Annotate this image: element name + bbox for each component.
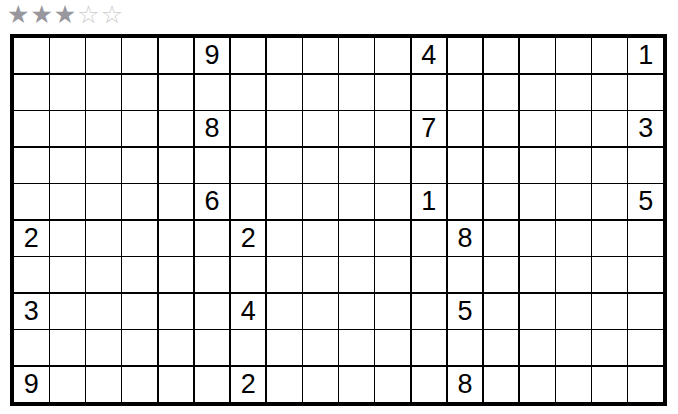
cell-r4c16[interactable] xyxy=(556,148,591,183)
cell-r8c17[interactable] xyxy=(592,294,627,329)
cell-r2c6[interactable] xyxy=(195,75,230,110)
clue-cell-r8c13: 5 xyxy=(448,294,483,329)
cell-r10c11[interactable] xyxy=(375,367,410,402)
cell-r5c14[interactable] xyxy=(484,184,519,219)
cell-r6c3[interactable] xyxy=(86,221,121,256)
difficulty-rating: ★★★☆☆ xyxy=(7,0,124,30)
cell-r5c10[interactable] xyxy=(339,184,374,219)
cell-r8c11[interactable] xyxy=(375,294,410,329)
cell-r9c10[interactable] xyxy=(339,330,374,365)
cell-r5c2[interactable] xyxy=(50,184,85,219)
cell-r3c10[interactable] xyxy=(339,111,374,146)
cell-r6c5[interactable] xyxy=(159,221,194,256)
cell-r4c14[interactable] xyxy=(484,148,519,183)
cell-r5c9[interactable] xyxy=(303,184,338,219)
cell-r9c4[interactable] xyxy=(122,330,157,365)
clue-cell-r5c12: 1 xyxy=(412,184,447,219)
cell-r3c7[interactable] xyxy=(231,111,266,146)
cell-r5c17[interactable] xyxy=(592,184,627,219)
cell-r9c9[interactable] xyxy=(303,330,338,365)
cell-r8c6[interactable] xyxy=(195,294,230,329)
clue-cell-r6c1: 2 xyxy=(14,221,49,256)
cell-r7c1[interactable] xyxy=(14,257,49,292)
cell-r3c3[interactable] xyxy=(86,111,121,146)
cell-r1c3[interactable] xyxy=(86,38,121,73)
cell-r7c18[interactable] xyxy=(628,257,663,292)
cell-r2c5[interactable] xyxy=(159,75,194,110)
cell-r7c17[interactable] xyxy=(592,257,627,292)
cell-r10c12[interactable] xyxy=(412,367,447,402)
cell-r1c15[interactable] xyxy=(520,38,555,73)
cell-r4c13[interactable] xyxy=(448,148,483,183)
cell-r2c14[interactable] xyxy=(484,75,519,110)
cell-r9c12[interactable] xyxy=(412,330,447,365)
cell-r5c7[interactable] xyxy=(231,184,266,219)
clue-cell-r5c6: 6 xyxy=(195,184,230,219)
cell-r9c11[interactable] xyxy=(375,330,410,365)
clue-cell-r8c7: 4 xyxy=(231,294,266,329)
cell-r2c12[interactable] xyxy=(412,75,447,110)
cell-r5c4[interactable] xyxy=(122,184,157,219)
cell-r7c7[interactable] xyxy=(231,257,266,292)
cell-r3c8[interactable] xyxy=(267,111,302,146)
cell-r6c12[interactable] xyxy=(412,221,447,256)
cell-r2c18[interactable] xyxy=(628,75,663,110)
cell-r9c17[interactable] xyxy=(592,330,627,365)
cell-r3c13[interactable] xyxy=(448,111,483,146)
cell-r2c1[interactable] xyxy=(14,75,49,110)
cell-r3c11[interactable] xyxy=(375,111,410,146)
difficulty-filled-stars-icon: ★★★ xyxy=(7,0,77,28)
cell-r6c6[interactable] xyxy=(195,221,230,256)
cell-r4c17[interactable] xyxy=(592,148,627,183)
cell-r3c16[interactable] xyxy=(556,111,591,146)
clue-cell-r6c7: 2 xyxy=(231,221,266,256)
cell-r4c4[interactable] xyxy=(122,148,157,183)
cell-r3c1[interactable] xyxy=(14,111,49,146)
cell-r2c10[interactable] xyxy=(339,75,374,110)
cell-r6c18[interactable] xyxy=(628,221,663,256)
cell-r9c13[interactable] xyxy=(448,330,483,365)
clue-cell-r8c1: 3 xyxy=(14,294,49,329)
cell-r6c15[interactable] xyxy=(520,221,555,256)
cell-r9c2[interactable] xyxy=(50,330,85,365)
cell-r9c14[interactable] xyxy=(484,330,519,365)
cell-r5c5[interactable] xyxy=(159,184,194,219)
clue-cell-r3c6: 8 xyxy=(195,111,230,146)
cell-r4c15[interactable] xyxy=(520,148,555,183)
cell-r7c5[interactable] xyxy=(159,257,194,292)
cell-r2c7[interactable] xyxy=(231,75,266,110)
cell-r7c6[interactable] xyxy=(195,257,230,292)
cell-r1c11[interactable] xyxy=(375,38,410,73)
cell-r1c9[interactable] xyxy=(303,38,338,73)
cell-r8c16[interactable] xyxy=(556,294,591,329)
cell-r10c5[interactable] xyxy=(159,367,194,402)
clue-cell-r3c18: 3 xyxy=(628,111,663,146)
cell-r2c15[interactable] xyxy=(520,75,555,110)
cell-r8c15[interactable] xyxy=(520,294,555,329)
clue-cell-r10c13: 8 xyxy=(448,367,483,402)
cell-r2c9[interactable] xyxy=(303,75,338,110)
clue-cell-r6c13: 8 xyxy=(448,221,483,256)
cell-r7c11[interactable] xyxy=(375,257,410,292)
cell-r10c9[interactable] xyxy=(303,367,338,402)
cell-r10c6[interactable] xyxy=(195,367,230,402)
cell-r1c1[interactable] xyxy=(14,38,49,73)
cell-r1c7[interactable] xyxy=(231,38,266,73)
cell-r10c18[interactable] xyxy=(628,367,663,402)
cell-r4c1[interactable] xyxy=(14,148,49,183)
cell-r5c3[interactable] xyxy=(86,184,121,219)
cell-r1c17[interactable] xyxy=(592,38,627,73)
cell-r1c8[interactable] xyxy=(267,38,302,73)
cell-r9c8[interactable] xyxy=(267,330,302,365)
cell-r4c5[interactable] xyxy=(159,148,194,183)
cell-r5c1[interactable] xyxy=(14,184,49,219)
cell-r8c2[interactable] xyxy=(50,294,85,329)
cell-r1c4[interactable] xyxy=(122,38,157,73)
cell-r2c2[interactable] xyxy=(50,75,85,110)
cell-r7c4[interactable] xyxy=(122,257,157,292)
cell-r9c5[interactable] xyxy=(159,330,194,365)
cell-r3c15[interactable] xyxy=(520,111,555,146)
cell-r6c17[interactable] xyxy=(592,221,627,256)
cell-r3c2[interactable] xyxy=(50,111,85,146)
cell-r7c9[interactable] xyxy=(303,257,338,292)
cell-r3c9[interactable] xyxy=(303,111,338,146)
cell-r1c2[interactable] xyxy=(50,38,85,73)
cell-r4c6[interactable] xyxy=(195,148,230,183)
cell-r7c13[interactable] xyxy=(448,257,483,292)
cell-r1c13[interactable] xyxy=(448,38,483,73)
cell-r7c12[interactable] xyxy=(412,257,447,292)
cell-r10c16[interactable] xyxy=(556,367,591,402)
cell-r6c2[interactable] xyxy=(50,221,85,256)
cell-r10c8[interactable] xyxy=(267,367,302,402)
cell-r10c2[interactable] xyxy=(50,367,85,402)
cell-r3c4[interactable] xyxy=(122,111,157,146)
cell-r8c14[interactable] xyxy=(484,294,519,329)
cell-r3c14[interactable] xyxy=(484,111,519,146)
cell-r9c16[interactable] xyxy=(556,330,591,365)
cell-r7c10[interactable] xyxy=(339,257,374,292)
cell-r1c5[interactable] xyxy=(159,38,194,73)
cell-r6c9[interactable] xyxy=(303,221,338,256)
cell-r9c7[interactable] xyxy=(231,330,266,365)
cell-r6c16[interactable] xyxy=(556,221,591,256)
cell-r7c3[interactable] xyxy=(86,257,121,292)
cell-r7c16[interactable] xyxy=(556,257,591,292)
cell-r10c3[interactable] xyxy=(86,367,121,402)
cell-r4c12[interactable] xyxy=(412,148,447,183)
cell-r2c8[interactable] xyxy=(267,75,302,110)
cell-r2c17[interactable] xyxy=(592,75,627,110)
cell-r2c4[interactable] xyxy=(122,75,157,110)
cell-r8c18[interactable] xyxy=(628,294,663,329)
cell-r4c10[interactable] xyxy=(339,148,374,183)
cell-r4c3[interactable] xyxy=(86,148,121,183)
cell-r1c14[interactable] xyxy=(484,38,519,73)
cell-r5c8[interactable] xyxy=(267,184,302,219)
cell-r5c16[interactable] xyxy=(556,184,591,219)
cell-r3c17[interactable] xyxy=(592,111,627,146)
cell-r10c14[interactable] xyxy=(484,367,519,402)
cell-r2c16[interactable] xyxy=(556,75,591,110)
cell-r6c4[interactable] xyxy=(122,221,157,256)
clue-cell-r1c12: 4 xyxy=(412,38,447,73)
cell-r1c16[interactable] xyxy=(556,38,591,73)
difficulty-empty-stars-icon: ☆☆ xyxy=(77,0,124,28)
clue-cell-r3c12: 7 xyxy=(412,111,447,146)
cell-r6c11[interactable] xyxy=(375,221,410,256)
cell-r9c6[interactable] xyxy=(195,330,230,365)
cell-r4c18[interactable] xyxy=(628,148,663,183)
cell-r7c8[interactable] xyxy=(267,257,302,292)
cell-r10c10[interactable] xyxy=(339,367,374,402)
cell-r10c17[interactable] xyxy=(592,367,627,402)
cell-r10c4[interactable] xyxy=(122,367,157,402)
cell-r4c9[interactable] xyxy=(303,148,338,183)
cell-r8c8[interactable] xyxy=(267,294,302,329)
cell-r2c13[interactable] xyxy=(448,75,483,110)
clue-cell-r1c18: 1 xyxy=(628,38,663,73)
cell-r5c15[interactable] xyxy=(520,184,555,219)
cell-r7c15[interactable] xyxy=(520,257,555,292)
cell-r2c11[interactable] xyxy=(375,75,410,110)
cell-r8c4[interactable] xyxy=(122,294,157,329)
puzzle-grid: 941873615228345928 xyxy=(10,34,667,406)
cell-r8c3[interactable] xyxy=(86,294,121,329)
clue-cell-r1c6: 9 xyxy=(195,38,230,73)
cell-r4c2[interactable] xyxy=(50,148,85,183)
cell-r9c3[interactable] xyxy=(86,330,121,365)
cell-r7c2[interactable] xyxy=(50,257,85,292)
cell-r7c14[interactable] xyxy=(484,257,519,292)
cell-r5c13[interactable] xyxy=(448,184,483,219)
cell-r6c14[interactable] xyxy=(484,221,519,256)
clue-cell-r10c7: 2 xyxy=(231,367,266,402)
cell-r8c9[interactable] xyxy=(303,294,338,329)
cell-r6c10[interactable] xyxy=(339,221,374,256)
cell-r9c15[interactable] xyxy=(520,330,555,365)
cell-r4c8[interactable] xyxy=(267,148,302,183)
cell-r5c11[interactable] xyxy=(375,184,410,219)
clue-cell-r10c1: 9 xyxy=(14,367,49,402)
cell-r2c3[interactable] xyxy=(86,75,121,110)
cell-r8c10[interactable] xyxy=(339,294,374,329)
cell-r6c8[interactable] xyxy=(267,221,302,256)
cell-r9c18[interactable] xyxy=(628,330,663,365)
cell-r4c7[interactable] xyxy=(231,148,266,183)
cell-r4c11[interactable] xyxy=(375,148,410,183)
cell-r3c5[interactable] xyxy=(159,111,194,146)
cell-r8c5[interactable] xyxy=(159,294,194,329)
cell-r10c15[interactable] xyxy=(520,367,555,402)
cell-r9c1[interactable] xyxy=(14,330,49,365)
cell-r8c12[interactable] xyxy=(412,294,447,329)
cell-r1c10[interactable] xyxy=(339,38,374,73)
clue-cell-r5c18: 5 xyxy=(628,184,663,219)
